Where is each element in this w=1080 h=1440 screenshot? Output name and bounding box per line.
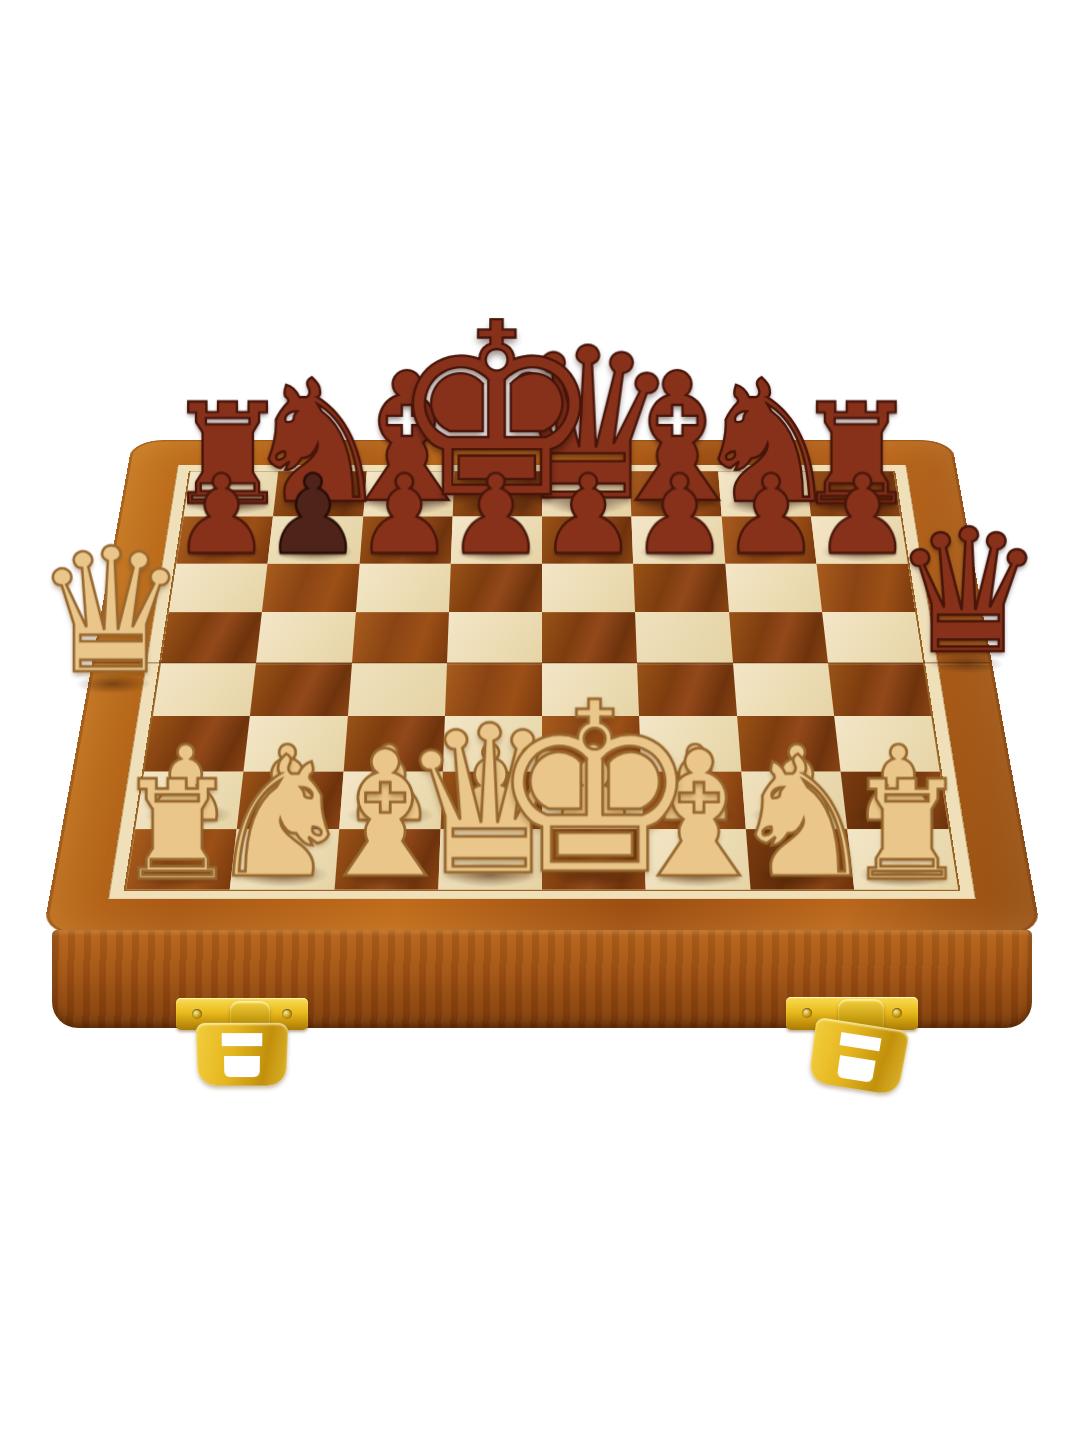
board-box-top: ♜♞♝♚♛♝♞♜♟♟♟♟♟♟♟♟♟♟♟♟♟♟♟♟♜♞♝♛♚♝♞♜ ♛ ♛ <box>42 440 1041 935</box>
latch-loop <box>809 1017 910 1096</box>
screw-icon <box>892 1008 902 1018</box>
chessboard-grid: ♜♞♝♚♛♝♞♜♟♟♟♟♟♟♟♟♟♟♟♟♟♟♟♟♜♞♝♛♚♝♞♜ <box>124 471 961 891</box>
square-c7[interactable]: ♟ <box>359 517 452 564</box>
square-e6[interactable] <box>542 563 635 612</box>
square-a7[interactable]: ♟ <box>176 517 273 564</box>
square-g5[interactable] <box>729 612 828 663</box>
black-pawn[interactable]: ♟ <box>447 461 545 571</box>
square-e1[interactable]: ♚ <box>542 829 646 889</box>
square-g4[interactable] <box>733 663 834 716</box>
square-b7[interactable]: ♟ <box>268 517 363 564</box>
square-g6[interactable] <box>725 563 822 612</box>
square-b5[interactable] <box>256 612 355 663</box>
square-c6[interactable] <box>355 563 450 612</box>
screw-icon <box>802 1008 812 1018</box>
square-c5[interactable] <box>352 612 449 663</box>
square-b4[interactable] <box>250 663 351 716</box>
square-f7[interactable]: ♟ <box>632 517 725 564</box>
square-d6[interactable] <box>449 563 542 612</box>
screw-icon <box>192 1009 202 1019</box>
white-king[interactable]: ♚ <box>489 671 700 906</box>
screw-icon <box>282 1009 292 1019</box>
black-pawn[interactable]: ♟ <box>539 461 637 571</box>
black-pawn[interactable]: ♟ <box>355 461 453 571</box>
black-pawn[interactable]: ♟ <box>722 461 820 571</box>
spare-black-queen-slot: ♛ <box>965 666 966 667</box>
square-f6[interactable] <box>633 563 728 612</box>
white-queen[interactable]: ♛ <box>33 526 188 698</box>
latch-loop <box>196 1023 288 1086</box>
black-queen[interactable]: ♛ <box>891 506 1044 677</box>
square-b6[interactable] <box>262 563 359 612</box>
board-inlay-border: ♜♞♝♚♛♝♞♜♟♟♟♟♟♟♟♟♟♟♟♟♟♟♟♟♜♞♝♛♚♝♞♜ <box>108 465 976 900</box>
square-g7[interactable]: ♟ <box>721 517 816 564</box>
black-pawn[interactable]: ♟ <box>630 461 728 571</box>
square-e7[interactable]: ♟ <box>542 517 633 564</box>
spare-white-queen-slot: ♛ <box>112 686 113 687</box>
square-d7[interactable]: ♟ <box>451 517 542 564</box>
black-pawn[interactable]: ♟ <box>264 461 362 571</box>
